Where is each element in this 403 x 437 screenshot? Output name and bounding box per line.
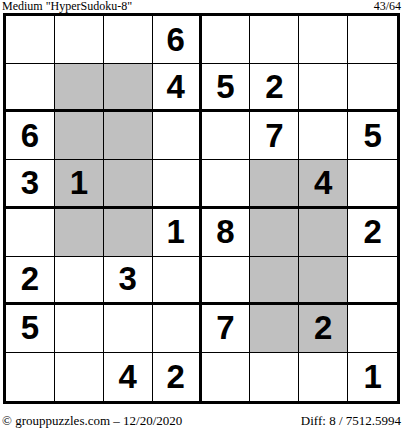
cells-remaining-counter: 43/64	[374, 0, 401, 13]
cell-r6c6[interactable]	[250, 257, 299, 305]
cell-r5c7[interactable]	[299, 209, 348, 257]
cell-r4c3[interactable]	[104, 160, 153, 208]
cell-r1c6[interactable]	[250, 16, 299, 64]
header-bar: Medium "HyperSudoku-8" 43/64	[2, 0, 401, 13]
cell-r7c7[interactable]: 2	[299, 305, 348, 353]
cell-r6c1[interactable]: 2	[6, 257, 55, 305]
copyright-text: © grouppuzzles.com – 12/20/2020	[2, 413, 182, 429]
cell-r6c5[interactable]	[202, 257, 251, 305]
cell-r4c5[interactable]	[202, 160, 251, 208]
cell-r3c8[interactable]: 5	[348, 112, 397, 160]
cell-r2c5[interactable]: 5	[202, 64, 251, 112]
cell-r8c7[interactable]	[299, 353, 348, 401]
cell-r6c2[interactable]	[55, 257, 104, 305]
cell-r7c5[interactable]: 7	[202, 305, 251, 353]
cell-r8c4[interactable]: 2	[153, 353, 202, 401]
cell-r2c2[interactable]	[55, 64, 104, 112]
cell-r8c6[interactable]	[250, 353, 299, 401]
cell-r4c1[interactable]: 3	[6, 160, 55, 208]
cell-r1c1[interactable]	[6, 16, 55, 64]
cell-r5c5[interactable]: 8	[202, 209, 251, 257]
cell-r7c8[interactable]	[348, 305, 397, 353]
cell-r8c5[interactable]	[202, 353, 251, 401]
cell-r7c4[interactable]	[153, 305, 202, 353]
cell-r3c7[interactable]	[299, 112, 348, 160]
cell-r7c1[interactable]: 5	[6, 305, 55, 353]
cell-r8c8[interactable]: 1	[348, 353, 397, 401]
difficulty-text: Diff: 8 / 7512.5994	[301, 413, 401, 429]
footer-bar: © grouppuzzles.com – 12/20/2020 Diff: 8 …	[2, 413, 401, 429]
cell-r1c2[interactable]	[55, 16, 104, 64]
cell-r2c3[interactable]	[104, 64, 153, 112]
cell-r3c3[interactable]	[104, 112, 153, 160]
cell-r1c5[interactable]	[202, 16, 251, 64]
cell-r2c1[interactable]	[6, 64, 55, 112]
cell-r6c3[interactable]: 3	[104, 257, 153, 305]
cell-r3c4[interactable]	[153, 112, 202, 160]
cell-r3c1[interactable]: 6	[6, 112, 55, 160]
cell-r8c2[interactable]	[55, 353, 104, 401]
cell-r5c8[interactable]: 2	[348, 209, 397, 257]
cell-r1c4[interactable]: 6	[153, 16, 202, 64]
cell-r7c3[interactable]	[104, 305, 153, 353]
cell-r5c1[interactable]	[6, 209, 55, 257]
cell-r1c8[interactable]	[348, 16, 397, 64]
cell-r1c3[interactable]	[104, 16, 153, 64]
sudoku-board: 645267531418223572421	[3, 13, 400, 404]
puzzle-page: { "game": "hypersudoku-8", "header": { "…	[0, 0, 403, 437]
cell-r2c7[interactable]	[299, 64, 348, 112]
cell-r4c8[interactable]	[348, 160, 397, 208]
cell-r3c2[interactable]	[55, 112, 104, 160]
cell-r8c3[interactable]: 4	[104, 353, 153, 401]
cell-r6c7[interactable]	[299, 257, 348, 305]
cell-r5c4[interactable]: 1	[153, 209, 202, 257]
cell-r3c5[interactable]	[202, 112, 251, 160]
puzzle-title: Medium "HyperSudoku-8"	[2, 0, 132, 13]
cell-r5c3[interactable]	[104, 209, 153, 257]
cell-r2c6[interactable]: 2	[250, 64, 299, 112]
cell-r4c2[interactable]: 1	[55, 160, 104, 208]
cell-r7c6[interactable]	[250, 305, 299, 353]
cell-r6c8[interactable]	[348, 257, 397, 305]
cell-r7c2[interactable]	[55, 305, 104, 353]
cell-r4c6[interactable]	[250, 160, 299, 208]
cell-r3c6[interactable]: 7	[250, 112, 299, 160]
cell-r4c4[interactable]	[153, 160, 202, 208]
cell-r5c2[interactable]	[55, 209, 104, 257]
cell-r6c4[interactable]	[153, 257, 202, 305]
cell-r5c6[interactable]	[250, 209, 299, 257]
cell-r2c4[interactable]: 4	[153, 64, 202, 112]
cell-r4c7[interactable]: 4	[299, 160, 348, 208]
cell-r8c1[interactable]	[6, 353, 55, 401]
cell-r1c7[interactable]	[299, 16, 348, 64]
cell-r2c8[interactable]	[348, 64, 397, 112]
